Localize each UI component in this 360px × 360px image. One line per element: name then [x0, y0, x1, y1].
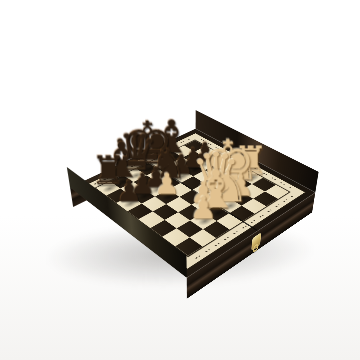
- light-pawn[interactable]: ♟: [189, 192, 217, 223]
- dark-pawn[interactable]: ♟: [116, 176, 142, 205]
- light-pawn[interactable]: ♟: [154, 169, 180, 198]
- photo-background: ♜♝♛♚♞♝♟♟♟♞♟♟♟♟♟♟♛♚♞♜♟♝♞♟: [0, 0, 360, 360]
